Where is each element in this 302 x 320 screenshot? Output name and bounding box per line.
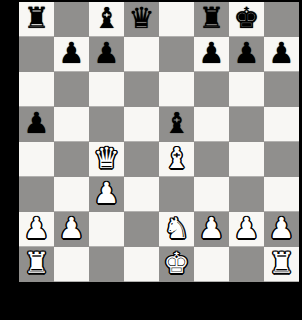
square-a1[interactable]: ♜ — [19, 247, 54, 282]
black-bishop-piece: ♝ — [94, 1, 120, 36]
square-c2[interactable] — [89, 212, 124, 247]
square-c7[interactable]: ♟ — [89, 37, 124, 72]
white-bishop-piece: ♝ — [164, 141, 190, 176]
white-pawn-piece: ♟ — [199, 211, 225, 246]
square-a6[interactable] — [19, 72, 54, 107]
square-d1[interactable] — [124, 247, 159, 282]
chess-board: ♜♝♛♜♚♟♟♟♟♟♟♝♛♝♟♟♟♞♟♟♟♜♚♜ — [19, 2, 299, 282]
black-queen-piece: ♛ — [129, 1, 155, 36]
square-c6[interactable] — [89, 72, 124, 107]
square-e5[interactable]: ♝ — [159, 107, 194, 142]
square-g1[interactable] — [229, 247, 264, 282]
black-pawn-piece: ♟ — [199, 36, 225, 71]
square-h6[interactable] — [264, 72, 299, 107]
square-a5[interactable]: ♟ — [19, 107, 54, 142]
square-f5[interactable] — [194, 107, 229, 142]
square-g5[interactable] — [229, 107, 264, 142]
square-b3[interactable] — [54, 177, 89, 212]
white-king-piece: ♚ — [164, 246, 190, 281]
square-e4[interactable]: ♝ — [159, 142, 194, 177]
square-c3[interactable]: ♟ — [89, 177, 124, 212]
black-rook-piece: ♜ — [199, 1, 225, 36]
square-b4[interactable] — [54, 142, 89, 177]
square-g3[interactable] — [229, 177, 264, 212]
square-h8[interactable] — [264, 2, 299, 37]
square-h5[interactable] — [264, 107, 299, 142]
black-pawn-piece: ♟ — [59, 36, 85, 71]
square-a3[interactable] — [19, 177, 54, 212]
square-f8[interactable]: ♜ — [194, 2, 229, 37]
square-d3[interactable] — [124, 177, 159, 212]
diagram-background: ♜♝♛♜♚♟♟♟♟♟♟♝♛♝♟♟♟♞♟♟♟♜♚♜ — [0, 0, 302, 320]
square-b1[interactable] — [54, 247, 89, 282]
square-d4[interactable] — [124, 142, 159, 177]
white-pawn-piece: ♟ — [59, 211, 85, 246]
square-h3[interactable] — [264, 177, 299, 212]
square-f3[interactable] — [194, 177, 229, 212]
square-a2[interactable]: ♟ — [19, 212, 54, 247]
square-d7[interactable] — [124, 37, 159, 72]
square-f2[interactable]: ♟ — [194, 212, 229, 247]
square-e2[interactable]: ♞ — [159, 212, 194, 247]
square-e8[interactable] — [159, 2, 194, 37]
white-pawn-piece: ♟ — [24, 211, 50, 246]
black-pawn-piece: ♟ — [94, 36, 120, 71]
square-h4[interactable] — [264, 142, 299, 177]
square-a4[interactable] — [19, 142, 54, 177]
black-pawn-piece: ♟ — [24, 106, 50, 141]
square-b7[interactable]: ♟ — [54, 37, 89, 72]
square-b8[interactable] — [54, 2, 89, 37]
square-f6[interactable] — [194, 72, 229, 107]
square-g8[interactable]: ♚ — [229, 2, 264, 37]
square-g7[interactable]: ♟ — [229, 37, 264, 72]
black-king-piece: ♚ — [234, 1, 260, 36]
square-g4[interactable] — [229, 142, 264, 177]
square-e6[interactable] — [159, 72, 194, 107]
square-a7[interactable] — [19, 37, 54, 72]
square-g2[interactable]: ♟ — [229, 212, 264, 247]
square-d5[interactable] — [124, 107, 159, 142]
white-knight-piece: ♞ — [164, 211, 190, 246]
square-e1[interactable]: ♚ — [159, 247, 194, 282]
black-bishop-piece: ♝ — [164, 106, 190, 141]
square-f4[interactable] — [194, 142, 229, 177]
white-rook-piece: ♜ — [269, 246, 295, 281]
square-b5[interactable] — [54, 107, 89, 142]
white-pawn-piece: ♟ — [234, 211, 260, 246]
square-h2[interactable]: ♟ — [264, 212, 299, 247]
white-rook-piece: ♜ — [24, 246, 50, 281]
square-f1[interactable] — [194, 247, 229, 282]
square-d2[interactable] — [124, 212, 159, 247]
black-pawn-piece: ♟ — [269, 36, 295, 71]
square-e7[interactable] — [159, 37, 194, 72]
square-b6[interactable] — [54, 72, 89, 107]
square-h1[interactable]: ♜ — [264, 247, 299, 282]
white-pawn-piece: ♟ — [269, 211, 295, 246]
square-c8[interactable]: ♝ — [89, 2, 124, 37]
square-g6[interactable] — [229, 72, 264, 107]
square-h7[interactable]: ♟ — [264, 37, 299, 72]
square-a8[interactable]: ♜ — [19, 2, 54, 37]
square-c4[interactable]: ♛ — [89, 142, 124, 177]
square-e3[interactable] — [159, 177, 194, 212]
black-rook-piece: ♜ — [24, 1, 50, 36]
black-pawn-piece: ♟ — [234, 36, 260, 71]
square-d6[interactable] — [124, 72, 159, 107]
square-f7[interactable]: ♟ — [194, 37, 229, 72]
square-b2[interactable]: ♟ — [54, 212, 89, 247]
white-queen-piece: ♛ — [94, 141, 120, 176]
square-c1[interactable] — [89, 247, 124, 282]
square-c5[interactable] — [89, 107, 124, 142]
square-d8[interactable]: ♛ — [124, 2, 159, 37]
white-pawn-piece: ♟ — [94, 176, 120, 211]
